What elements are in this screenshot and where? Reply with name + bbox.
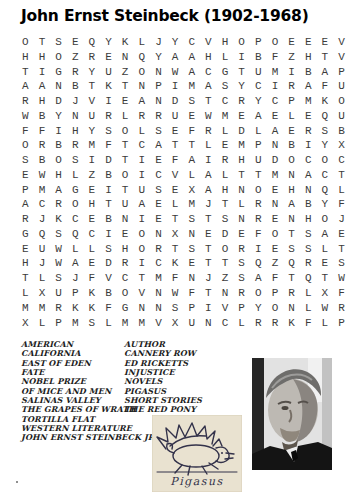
grid-cell-r10c3: H [50, 168, 67, 183]
grid-cell-r6c10: U [167, 109, 184, 124]
grid-cell-r10c6: B [100, 168, 117, 183]
grid-cell-r17c1: T [17, 271, 34, 286]
grid-cell-r9c5: I [84, 153, 101, 168]
page-title: John Ernst Steinbeck (1902-1968) [21, 7, 309, 25]
grid-cell-r17c6: V [100, 271, 117, 286]
grid-cell-r2c8: Q [133, 50, 150, 65]
grid-cell-r4c10: I [167, 79, 184, 94]
grid-cell-r1c1: O [17, 35, 34, 50]
grid-cell-r1c5: Q [84, 35, 101, 50]
grid-cell-r20c16: R [267, 316, 284, 331]
grid-cell-r17c13: Z [217, 271, 234, 286]
grid-cell-r14c19: A [317, 227, 334, 242]
grid-cell-r5c6: I [100, 94, 117, 109]
grid-cell-r10c17: N [283, 168, 300, 183]
grid-cell-r5c17: P [283, 94, 300, 109]
grid-cell-r9c15: U [250, 153, 267, 168]
grid-cell-r19c9: N [150, 301, 167, 316]
grid-cell-r13c15: R [250, 212, 267, 227]
grid-cell-r15c14: R [233, 242, 250, 257]
grid-cell-r6c16: E [267, 109, 284, 124]
grid-cell-r16c4: A [67, 256, 84, 271]
grid-cell-r3c16: M [267, 65, 284, 80]
grid-cell-r9c7: T [117, 153, 134, 168]
grid-cell-r2c12: H [200, 50, 217, 65]
grid-cell-r16c9: C [150, 256, 167, 271]
grid-cell-r7c1: F [17, 124, 34, 139]
grid-cell-r15c5: L [84, 242, 101, 257]
grid-cell-r6c19: Q [317, 109, 334, 124]
grid-cell-r6c5: U [84, 109, 101, 124]
grid-cell-r11c4: G [67, 183, 84, 198]
grid-cell-r18c8: V [133, 286, 150, 301]
grid-cell-r18c15: O [250, 286, 267, 301]
grid-cell-r18c7: O [117, 286, 134, 301]
grid-cell-r15c13: O [217, 242, 234, 257]
grid-cell-r3c4: R [67, 65, 84, 80]
grid-cell-r8c7: T [117, 138, 134, 153]
grid-cell-r3c9: N [150, 65, 167, 80]
grid-cell-r19c4: K [67, 301, 84, 316]
grid-cell-r7c17: E [283, 124, 300, 139]
grid-cell-r5c11: S [183, 94, 200, 109]
grid-cell-r12c9: E [150, 197, 167, 212]
grid-cell-r2c5: R [84, 50, 101, 65]
grid-cell-r9c3: O [50, 153, 67, 168]
grid-cell-r13c16: E [267, 212, 284, 227]
grid-cell-r4c17: R [283, 79, 300, 94]
grid-cell-r13c19: O [317, 212, 334, 227]
grid-cell-r7c19: S [317, 124, 334, 139]
grid-cell-r9c4: S [67, 153, 84, 168]
grid-cell-r7c6: S [100, 124, 117, 139]
grid-cell-r7c8: L [133, 124, 150, 139]
grid-cell-r4c16: I [267, 79, 284, 94]
grid-cell-r4c12: A [200, 79, 217, 94]
grid-cell-r6c17: L [283, 109, 300, 124]
grid-cell-r9c2: B [34, 153, 51, 168]
grid-cell-r15c3: W [50, 242, 67, 257]
grid-cell-r13c8: I [133, 212, 150, 227]
grid-cell-r6c20: U [333, 109, 350, 124]
grid-cell-r7c10: E [167, 124, 184, 139]
grid-cell-r19c6: F [100, 301, 117, 316]
grid-cell-r11c3: A [50, 183, 67, 198]
pigasus-doodle: Pigasus [152, 415, 242, 492]
grid-cell-r3c10: W [167, 65, 184, 80]
grid-cell-r11c20: L [333, 183, 350, 198]
grid-cell-r9c13: R [217, 153, 234, 168]
grid-cell-r8c5: M [84, 138, 101, 153]
grid-cell-r18c10: W [167, 286, 184, 301]
grid-cell-r7c2: F [34, 124, 51, 139]
grid-cell-r3c7: Z [117, 65, 134, 80]
grid-cell-r10c5: Z [84, 168, 101, 183]
grid-cell-r5c4: J [67, 94, 84, 109]
grid-cell-r14c13: D [217, 227, 234, 242]
grid-cell-r10c4: L [67, 168, 84, 183]
grid-cell-r8c17: B [283, 138, 300, 153]
grid-cell-r15c2: U [34, 242, 51, 257]
grid-cell-r11c7: T [117, 183, 134, 198]
grid-cell-r5c5: V [84, 94, 101, 109]
grid-cell-r15c18: S [300, 242, 317, 257]
grid-cell-r17c15: A [250, 271, 267, 286]
grid-cell-r16c1: H [17, 256, 34, 271]
grid-cell-r10c9: C [150, 168, 167, 183]
grid-cell-r20c6: L [100, 316, 117, 331]
grid-cell-r14c6: I [100, 227, 117, 242]
grid-cell-r5c9: N [150, 94, 167, 109]
grid-cell-r16c12: T [200, 256, 217, 271]
grid-cell-r4c14: Y [233, 79, 250, 94]
grid-cell-r2c13: L [217, 50, 234, 65]
grid-cell-r8c20: X [333, 138, 350, 153]
grid-cell-r4c20: U [333, 79, 350, 94]
grid-cell-r10c7: O [117, 168, 134, 183]
grid-cell-r19c12: I [200, 301, 217, 316]
grid-cell-r1c3: S [50, 35, 67, 50]
grid-cell-r3c1: T [17, 65, 34, 80]
grid-cell-r18c6: B [100, 286, 117, 301]
grid-cell-r12c8: A [133, 197, 150, 212]
grid-cell-r5c2: H [34, 94, 51, 109]
grid-cell-r18c9: N [150, 286, 167, 301]
grid-cell-r10c18: A [300, 168, 317, 183]
grid-cell-r11c2: M [34, 183, 51, 198]
grid-cell-r13c18: H [300, 212, 317, 227]
grid-cell-r19c16: O [267, 301, 284, 316]
grid-cell-r11c10: E [167, 183, 184, 198]
grid-cell-r5c18: M [300, 94, 317, 109]
grid-cell-r6c8: R [133, 109, 150, 124]
grid-cell-r12c17: A [283, 197, 300, 212]
grid-cell-r10c16: M [267, 168, 284, 183]
grid-cell-r10c19: C [317, 168, 334, 183]
grid-cell-r14c15: F [250, 227, 267, 242]
grid-cell-r19c20: R [333, 301, 350, 316]
grid-cell-r16c18: R [300, 256, 317, 271]
grid-cell-r5c3: D [50, 94, 67, 109]
grid-cell-r4c9: P [150, 79, 167, 94]
grid-cell-r1c10: Y [167, 35, 184, 50]
grid-cell-r18c12: T [200, 286, 217, 301]
grid-cell-r20c1: X [17, 316, 34, 331]
grid-cell-r18c2: X [34, 286, 51, 301]
grid-cell-r5c13: C [217, 94, 234, 109]
grid-cell-r6c2: B [34, 109, 51, 124]
grid-cell-r15c15: I [250, 242, 267, 257]
grid-cell-r9c6: D [100, 153, 117, 168]
grid-cell-r3c15: U [250, 65, 267, 80]
grid-cell-r13c11: S [183, 212, 200, 227]
grid-cell-r14c10: X [167, 227, 184, 242]
grid-cell-r15c10: T [167, 242, 184, 257]
grid-cell-r18c17: R [283, 286, 300, 301]
grid-cell-r3c11: A [183, 65, 200, 80]
word-list-item: THE RED PONY [124, 405, 202, 414]
grid-cell-r11c12: A [200, 183, 217, 198]
grid-cell-r18c18: L [300, 286, 317, 301]
grid-cell-r1c15: P [250, 35, 267, 50]
grid-cell-r19c5: K [84, 301, 101, 316]
grid-cell-r1c11: C [183, 35, 200, 50]
grid-cell-r16c8: I [133, 256, 150, 271]
grid-cell-r20c4: M [67, 316, 84, 331]
grid-cell-r10c20: T [333, 168, 350, 183]
grid-cell-r7c5: Y [84, 124, 101, 139]
grid-cell-r20c18: F [300, 316, 317, 331]
grid-cell-r1c2: T [34, 35, 51, 50]
grid-cell-r17c17: T [283, 271, 300, 286]
grid-cell-r15c16: E [267, 242, 284, 257]
grid-cell-r13c10: T [167, 212, 184, 227]
grid-cell-r11c1: P [17, 183, 34, 198]
grid-cell-r1c7: K [117, 35, 134, 50]
grid-cell-r9c19: O [317, 153, 334, 168]
grid-cell-r14c18: S [300, 227, 317, 242]
grid-cell-r17c9: M [150, 271, 167, 286]
grid-cell-r13c3: K [50, 212, 67, 227]
grid-cell-r12c6: T [100, 197, 117, 212]
grid-cell-r12c15: R [250, 197, 267, 212]
grid-cell-r8c9: A [150, 138, 167, 153]
grid-cell-r17c7: C [117, 271, 134, 286]
grid-cell-r10c1: E [17, 168, 34, 183]
grid-cell-r4c4: B [67, 79, 84, 94]
grid-cell-r12c18: B [300, 197, 317, 212]
grid-cell-r7c18: R [300, 124, 317, 139]
grid-cell-r6c18: E [300, 109, 317, 124]
grid-cell-r19c18: L [300, 301, 317, 316]
grid-cell-r16c7: R [117, 256, 134, 271]
grid-cell-r4c2: A [34, 79, 51, 94]
grid-cell-r17c20: W [333, 271, 350, 286]
grid-cell-r13c7: N [117, 212, 134, 227]
grid-cell-r6c11: E [183, 109, 200, 124]
grid-cell-r6c7: L [117, 109, 134, 124]
grid-cell-r14c17: T [283, 227, 300, 242]
grid-cell-r8c8: C [133, 138, 150, 153]
grid-cell-r19c13: V [217, 301, 234, 316]
grid-cell-r20c15: R [250, 316, 267, 331]
grid-cell-r20c2: L [34, 316, 51, 331]
grid-cell-r4c3: N [50, 79, 67, 94]
grid-cell-r13c4: C [67, 212, 84, 227]
grid-cell-r4c5: T [84, 79, 101, 94]
grid-cell-r20c5: S [84, 316, 101, 331]
grid-cell-r6c1: W [17, 109, 34, 124]
grid-cell-r10c13: L [217, 168, 234, 183]
grid-cell-r4c19: F [317, 79, 334, 94]
grid-cell-r1c20: V [333, 35, 350, 50]
grid-cell-r8c18: I [300, 138, 317, 153]
grid-cell-r15c4: L [67, 242, 84, 257]
grid-cell-r16c6: D [100, 256, 117, 271]
grid-cell-r13c6: B [100, 212, 117, 227]
grid-cell-r15c12: T [200, 242, 217, 257]
grid-cell-r10c2: W [34, 168, 51, 183]
grid-cell-r5c16: C [267, 94, 284, 109]
grid-cell-r18c4: P [67, 286, 84, 301]
grid-cell-r16c20: S [333, 256, 350, 271]
grid-cell-r2c14: I [233, 50, 250, 65]
grid-cell-r4c6: K [100, 79, 117, 94]
grid-cell-r17c3: S [50, 271, 67, 286]
grid-cell-r14c11: N [183, 227, 200, 242]
grid-cell-r17c4: J [67, 271, 84, 286]
grid-cell-r2c20: V [333, 50, 350, 65]
grid-cell-r11c13: H [217, 183, 234, 198]
grid-cell-r13c1: R [17, 212, 34, 227]
grid-cell-r18c19: X [317, 286, 334, 301]
grid-cell-r5c12: T [200, 94, 217, 109]
grid-cell-r13c20: J [333, 212, 350, 227]
grid-cell-r20c11: U [183, 316, 200, 331]
grid-cell-r1c13: H [217, 35, 234, 50]
grid-cell-r9c10: F [167, 153, 184, 168]
grid-cell-r2c18: H [300, 50, 317, 65]
grid-cell-r16c10: K [167, 256, 184, 271]
grid-cell-r7c14: D [233, 124, 250, 139]
grid-cell-r13c2: J [34, 212, 51, 227]
grid-cell-r19c14: P [233, 301, 250, 316]
grid-cell-r16c13: T [217, 256, 234, 271]
grid-cell-r14c7: E [117, 227, 134, 242]
grid-cell-r7c9: S [150, 124, 167, 139]
grid-cell-r4c18: A [300, 79, 317, 94]
grid-cell-r1c4: E [67, 35, 84, 50]
grid-cell-r2c11: A [183, 50, 200, 65]
grid-cell-r15c6: S [100, 242, 117, 257]
grid-cell-r1c17: E [283, 35, 300, 50]
grid-cell-r1c19: E [317, 35, 334, 50]
grid-cell-r9c11: A [183, 153, 200, 168]
grid-cell-r9c18: C [300, 153, 317, 168]
grid-cell-r2c2: H [34, 50, 51, 65]
grid-cell-r13c5: E [84, 212, 101, 227]
grid-cell-r12c11: M [183, 197, 200, 212]
grid-cell-r1c8: L [133, 35, 150, 50]
grid-cell-r4c15: C [250, 79, 267, 94]
grid-cell-r2c4: Z [67, 50, 84, 65]
grid-cell-r7c16: A [267, 124, 284, 139]
grid-cell-r12c4: O [67, 197, 84, 212]
grid-cell-r2c10: A [167, 50, 184, 65]
grid-cell-r3c20: P [333, 65, 350, 80]
grid-cell-r8c12: L [200, 138, 217, 153]
grid-cell-r20c9: V [150, 316, 167, 331]
grid-cell-r8c6: F [100, 138, 117, 153]
grid-cell-r18c20: F [333, 286, 350, 301]
grid-cell-r7c12: R [200, 124, 217, 139]
grid-cell-r7c11: F [183, 124, 200, 139]
grid-cell-r7c20: B [333, 124, 350, 139]
grid-cell-r19c15: Y [250, 301, 267, 316]
grid-cell-r1c18: E [300, 35, 317, 50]
grid-cell-r20c13: C [217, 316, 234, 331]
grid-cell-r16c19: E [317, 256, 334, 271]
grid-cell-r7c4: H [67, 124, 84, 139]
grid-cell-r17c19: T [317, 271, 334, 286]
grid-cell-r16c14: S [233, 256, 250, 271]
grid-cell-r6c6: R [100, 109, 117, 124]
grid-cell-r19c10: S [167, 301, 184, 316]
grid-cell-r7c3: I [50, 124, 67, 139]
grid-cell-r6c15: A [250, 109, 267, 124]
pigasus-caption: Pigasus [170, 475, 223, 488]
grid-cell-r11c19: Q [317, 183, 334, 198]
grid-cell-r6c9: R [150, 109, 167, 124]
grid-cell-r1c16: O [267, 35, 284, 50]
grid-cell-r8c15: P [250, 138, 267, 153]
grid-cell-r19c1: M [17, 301, 34, 316]
grid-cell-r3c13: G [217, 65, 234, 80]
grid-cell-r20c20: P [333, 316, 350, 331]
grid-cell-r10c11: L [183, 168, 200, 183]
grid-cell-r5c7: E [117, 94, 134, 109]
grid-cell-r4c7: T [117, 79, 134, 94]
grid-cell-r2c17: Z [283, 50, 300, 65]
grid-cell-r14c4: Q [67, 227, 84, 242]
grid-cell-r19c19: W [317, 301, 334, 316]
grid-cell-r14c2: Q [34, 227, 51, 242]
grid-cell-r20c19: L [317, 316, 334, 331]
grid-cell-r9c9: E [150, 153, 167, 168]
grid-cell-r1c14: O [233, 35, 250, 50]
grid-cell-r11c5: E [84, 183, 101, 198]
letter-grid: OTSEQYKLJYCVHOPOEEEVHHOZRENQYAAHLIBFZHTV… [17, 35, 350, 330]
grid-cell-r9c1: S [17, 153, 34, 168]
grid-cell-r9c20: C [333, 153, 350, 168]
grid-cell-r8c14: M [233, 138, 250, 153]
grid-cell-r8c11: T [183, 138, 200, 153]
word-list-item: JOHN ERNST STEINBECK JR [21, 433, 155, 442]
grid-cell-r13c14: N [233, 212, 250, 227]
grid-cell-r4c8: N [133, 79, 150, 94]
grid-cell-r3c12: C [200, 65, 217, 80]
grid-cell-r17c2: L [34, 271, 51, 286]
grid-cell-r15c11: S [183, 242, 200, 257]
grid-cell-r6c12: W [200, 109, 217, 124]
grid-cell-r7c13: L [217, 124, 234, 139]
grid-cell-r13c17: N [283, 212, 300, 227]
grid-cell-r2c1: H [17, 50, 34, 65]
grid-cell-r18c14: R [233, 286, 250, 301]
grid-cell-r17c14: S [233, 271, 250, 286]
grid-cell-r11c14: N [233, 183, 250, 198]
grid-cell-r14c16: O [267, 227, 284, 242]
grid-cell-r15c9: R [150, 242, 167, 257]
grid-cell-r16c5: E [84, 256, 101, 271]
grid-cell-r20c3: P [50, 316, 67, 331]
grid-cell-r17c8: T [133, 271, 150, 286]
grid-cell-r20c10: X [167, 316, 184, 331]
grid-cell-r12c5: H [84, 197, 101, 212]
grid-cell-r9c16: D [267, 153, 284, 168]
grid-cell-r15c20: T [333, 242, 350, 257]
grid-cell-r14c5: C [84, 227, 101, 242]
grid-cell-r3c2: I [34, 65, 51, 80]
grid-cell-r5c15: Y [250, 94, 267, 109]
grid-cell-r3c19: A [317, 65, 334, 80]
grid-cell-r14c14: E [233, 227, 250, 242]
grid-cell-r9c8: I [133, 153, 150, 168]
grid-cell-r9c17: O [283, 153, 300, 168]
grid-cell-r19c8: N [133, 301, 150, 316]
grid-cell-r13c13: S [217, 212, 234, 227]
steinbeck-photo [252, 358, 332, 470]
